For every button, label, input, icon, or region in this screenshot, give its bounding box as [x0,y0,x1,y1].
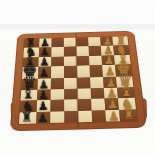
square-e2: ♟ [102,65,116,77]
piece-black-rook-a8: ♜ [21,112,33,124]
square-b8: ♞ [20,101,37,113]
square-a6 [50,111,64,123]
piece-black-knight-b8: ♞ [21,99,34,112]
square-c1: ♝ [117,87,134,98]
piece-black-pawn-d7: ♟ [38,79,49,90]
square-g2: ♟ [101,46,114,56]
square-b1: ♞ [118,98,136,110]
square-g3 [89,46,102,56]
square-a2: ♟ [106,110,121,122]
square-a8: ♜ [19,112,36,124]
square-d1: ♛ [116,76,133,88]
square-e3 [90,65,104,77]
piece-white-pawn-b2: ♟ [107,99,118,110]
square-f7: ♟ [38,57,51,67]
piece-black-knight-g8: ♞ [25,46,37,58]
square-f2: ♟ [102,55,116,65]
piece-black-rook-h8: ♜ [26,38,36,49]
square-g1: ♞ [113,45,129,55]
square-c4 [77,88,91,99]
square-e1: ♚ [115,64,132,76]
piece-black-pawn-e7: ♟ [39,68,50,79]
piece-black-pawn-b7: ♟ [38,101,49,112]
square-d2: ♟ [103,76,117,88]
piece-white-rook-a1: ♜ [123,109,135,121]
square-d7: ♟ [37,78,51,90]
piece-white-pawn-g2: ♟ [103,45,113,55]
square-h1: ♜ [113,36,129,45]
piece-black-pawn-a7: ♟ [37,112,48,123]
square-b7: ♟ [36,100,50,112]
square-b6 [50,100,64,112]
piece-white-pawn-c2: ♟ [106,88,117,99]
square-f1: ♝ [114,55,130,65]
piece-white-rook-h1: ♜ [116,35,126,46]
square-h2: ♟ [100,37,113,46]
square-h3 [88,37,101,46]
board-assembly: ♜♟♟♜♞♟♟♞♝♟♟♝♚♟♟♚♛♟♟♛♝♟♟♝♞♟♟♞♜♟♟♜ [0,0,155,155]
square-b3 [91,99,105,111]
square-f8: ♝ [23,57,39,67]
square-d6 [51,78,64,90]
piece-white-pawn-d2: ♟ [105,77,116,88]
square-h7: ♟ [39,38,52,47]
chess-board: ♜♟♟♜♞♟♟♞♝♟♟♝♚♟♟♚♛♟♟♛♝♟♟♝♞♟♟♞♜♟♟♜ [10,31,147,131]
square-g8: ♞ [23,48,39,58]
square-f3 [89,55,102,65]
square-c6 [50,89,64,100]
square-c3 [91,88,105,99]
piece-black-pawn-g7: ♟ [40,47,50,57]
piece-black-pawn-h7: ♟ [40,38,50,48]
square-g4 [76,46,89,56]
board-grid: ♜♟♟♜♞♟♟♞♝♟♟♝♚♟♟♚♛♟♟♛♝♟♟♝♞♟♟♞♜♟♟♜ [19,36,137,124]
square-b4 [78,99,92,111]
square-b2: ♟ [105,98,120,110]
square-h4 [76,37,89,46]
square-a1: ♜ [119,109,137,121]
piece-white-knight-b1: ♞ [121,97,134,110]
square-a3 [92,110,107,122]
piece-white-pawn-h2: ♟ [102,36,112,46]
square-g6 [51,47,64,57]
piece-white-pawn-f2: ♟ [103,55,113,65]
square-f6 [51,56,64,66]
square-d4 [77,77,91,89]
square-e7: ♟ [38,66,51,78]
square-c7: ♟ [37,89,51,100]
square-g7: ♟ [39,47,52,57]
square-e4 [77,65,90,77]
piece-black-pawn-c7: ♟ [38,90,49,101]
square-c2: ♟ [104,88,118,99]
piece-black-pawn-f7: ♟ [39,56,49,66]
photo-background: ♜♟♟♜♞♟♟♞♝♟♟♝♚♟♟♚♛♟♟♛♝♟♟♝♞♟♟♞♜♟♟♜ [0,0,155,155]
square-f4 [76,56,89,66]
square-d3 [90,77,104,89]
square-e6 [51,66,64,78]
piece-white-knight-g1: ♞ [116,43,128,55]
square-h6 [51,38,63,47]
square-c8: ♝ [21,90,38,101]
piece-white-pawn-e2: ♟ [104,66,115,77]
square-h8: ♜ [24,39,39,48]
square-a7: ♟ [36,111,50,123]
square-e8: ♚ [22,67,38,79]
piece-white-pawn-a2: ♟ [108,110,119,121]
square-a4 [78,110,92,122]
square-d8: ♛ [21,79,37,91]
